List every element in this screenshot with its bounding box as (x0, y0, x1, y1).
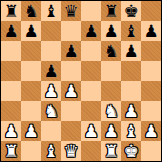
square-b6[interactable] (21, 41, 41, 61)
square-b4[interactable] (21, 81, 41, 101)
white-bishop: ♝ (123, 121, 138, 141)
square-d7[interactable] (61, 21, 81, 41)
black-pawn: ♟ (3, 21, 18, 41)
square-a1[interactable]: ♜ (1, 141, 21, 161)
square-a7[interactable]: ♟ (1, 21, 21, 41)
square-a3[interactable] (1, 101, 21, 121)
black-knight: ♞ (23, 1, 38, 21)
square-b8[interactable]: ♞ (21, 1, 41, 21)
white-pawn: ♟ (23, 121, 38, 141)
black-rook: ♜ (3, 1, 18, 21)
black-pawn: ♟ (123, 41, 138, 61)
square-c4[interactable]: ♟ (41, 81, 61, 101)
square-d5[interactable] (61, 61, 81, 81)
white-pawn: ♟ (3, 121, 18, 141)
square-d6[interactable]: ♟ (61, 41, 81, 61)
square-h5[interactable] (141, 61, 161, 81)
square-h4[interactable] (141, 81, 161, 101)
square-c8[interactable]: ♝ (41, 1, 61, 21)
square-e1[interactable] (81, 141, 101, 161)
square-g4[interactable] (121, 81, 141, 101)
square-g3[interactable]: ♟ (121, 101, 141, 121)
square-h8[interactable] (141, 1, 161, 21)
white-pawn: ♟ (103, 121, 118, 141)
square-g7[interactable]: ♝ (121, 21, 141, 41)
chess-board-frame: ♜♞♝♛♜♚♟♟♟♟♝♟♟♞♟♟♟♟♞♞♟♟♟♟♟♝♟♜♝♛♜♚ (0, 0, 162, 162)
square-b2[interactable]: ♟ (21, 121, 41, 141)
square-d4[interactable]: ♟ (61, 81, 81, 101)
black-knight: ♞ (103, 41, 118, 61)
square-d2[interactable] (61, 121, 81, 141)
white-pawn: ♟ (83, 121, 98, 141)
square-f4[interactable] (101, 81, 121, 101)
chess-board: ♜♞♝♛♜♚♟♟♟♟♝♟♟♞♟♟♟♟♞♞♟♟♟♟♟♝♟♜♝♛♜♚ (1, 1, 161, 161)
square-g8[interactable]: ♚ (121, 1, 141, 21)
square-a2[interactable]: ♟ (1, 121, 21, 141)
square-f3[interactable]: ♞ (101, 101, 121, 121)
square-a8[interactable]: ♜ (1, 1, 21, 21)
square-f6[interactable]: ♞ (101, 41, 121, 61)
square-c6[interactable] (41, 41, 61, 61)
square-e2[interactable]: ♟ (81, 121, 101, 141)
square-d1[interactable]: ♛ (61, 141, 81, 161)
square-d3[interactable] (61, 101, 81, 121)
square-c5[interactable]: ♟ (41, 61, 61, 81)
black-queen: ♛ (63, 1, 78, 21)
black-bishop: ♝ (43, 1, 58, 21)
square-a4[interactable] (1, 81, 21, 101)
square-f5[interactable] (101, 61, 121, 81)
square-a5[interactable] (1, 61, 21, 81)
square-f1[interactable]: ♜ (101, 141, 121, 161)
square-e3[interactable] (81, 101, 101, 121)
square-e7[interactable]: ♟ (81, 21, 101, 41)
square-g6[interactable]: ♟ (121, 41, 141, 61)
white-bishop: ♝ (43, 141, 58, 161)
black-pawn: ♟ (23, 21, 38, 41)
black-rook: ♜ (103, 1, 118, 21)
square-b3[interactable] (21, 101, 41, 121)
square-e8[interactable] (81, 1, 101, 21)
square-h7[interactable]: ♟ (141, 21, 161, 41)
white-rook: ♜ (3, 141, 18, 161)
square-e5[interactable] (81, 61, 101, 81)
square-g5[interactable] (121, 61, 141, 81)
white-knight: ♞ (43, 101, 58, 121)
square-c1[interactable]: ♝ (41, 141, 61, 161)
square-g2[interactable]: ♝ (121, 121, 141, 141)
black-pawn: ♟ (103, 21, 118, 41)
white-pawn: ♟ (63, 81, 78, 101)
square-d8[interactable]: ♛ (61, 1, 81, 21)
black-pawn: ♟ (43, 61, 58, 81)
square-f7[interactable]: ♟ (101, 21, 121, 41)
square-f8[interactable]: ♜ (101, 1, 121, 21)
white-queen: ♛ (63, 141, 78, 161)
square-h3[interactable] (141, 101, 161, 121)
square-h1[interactable] (141, 141, 161, 161)
white-pawn: ♟ (123, 101, 138, 121)
square-h6[interactable] (141, 41, 161, 61)
white-king: ♚ (123, 141, 138, 161)
white-pawn: ♟ (143, 121, 158, 141)
square-e6[interactable] (81, 41, 101, 61)
black-king: ♚ (123, 1, 138, 21)
black-bishop: ♝ (123, 21, 138, 41)
black-pawn: ♟ (143, 21, 158, 41)
square-g1[interactable]: ♚ (121, 141, 141, 161)
white-knight: ♞ (103, 101, 118, 121)
square-b5[interactable] (21, 61, 41, 81)
square-f2[interactable]: ♟ (101, 121, 121, 141)
square-c2[interactable] (41, 121, 61, 141)
square-e4[interactable] (81, 81, 101, 101)
square-b7[interactable]: ♟ (21, 21, 41, 41)
square-h2[interactable]: ♟ (141, 121, 161, 141)
white-pawn: ♟ (43, 81, 58, 101)
square-b1[interactable] (21, 141, 41, 161)
square-c3[interactable]: ♞ (41, 101, 61, 121)
black-pawn: ♟ (63, 41, 78, 61)
square-c7[interactable] (41, 21, 61, 41)
white-rook: ♜ (103, 141, 118, 161)
black-pawn: ♟ (83, 21, 98, 41)
square-a6[interactable] (1, 41, 21, 61)
